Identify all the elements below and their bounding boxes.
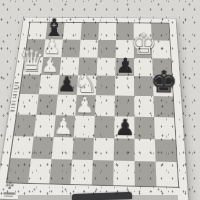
white-pawn-icon: ♟ <box>41 55 60 76</box>
piece-black-pawn-f6: ♟ <box>116 59 135 76</box>
board-surface: ✣ ♝♟♚♛♟♟♟♞♚♟♟♟ <box>0 17 189 200</box>
piece-black-pawn-f3: ♟ <box>115 119 135 140</box>
black-pawn-icon: ♟ <box>115 117 136 140</box>
piece-white-pawn-d4: ♟ <box>75 97 95 116</box>
pieces-layer: ♝♟♚♛♟♟♟♞♚♟♟♟ <box>0 17 189 200</box>
chessboard-photo: ✣ ♝♟♚♛♟♟♟♞♚♟♟♟ <box>0 0 200 200</box>
black-pawn-icon: ♟ <box>116 56 135 77</box>
piece-black-king-h5: ♚ <box>150 71 178 97</box>
chess-board: ✣ ♝♟♚♛♟♟♟♞♚♟♟♟ <box>0 17 189 200</box>
white-pawn-icon: ♟ <box>75 95 95 117</box>
piece-white-pawn-c3: ♟ <box>53 118 74 138</box>
white-pawn-icon: ♟ <box>53 116 73 139</box>
black-king-icon: ♚ <box>150 67 178 98</box>
dark-object-bottom <box>72 192 132 200</box>
